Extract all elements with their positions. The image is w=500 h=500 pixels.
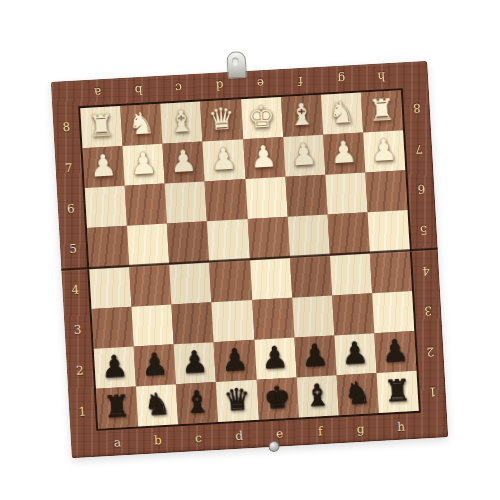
square-g3 xyxy=(332,293,374,335)
chess-board: abcdefgh abcdefgh 87654321 87654321 ♜♞♝♛… xyxy=(51,61,448,458)
black-pawn-e2: ♟ xyxy=(261,342,290,373)
white-pawn-e7: ♟ xyxy=(250,141,279,172)
white-pawn-f7: ♟ xyxy=(290,139,319,170)
rank-label-right-6: 6 xyxy=(407,168,435,210)
square-b8: ♞ xyxy=(120,104,162,146)
hinge-pin-icon xyxy=(268,441,280,453)
clasp-latch-icon xyxy=(226,51,246,79)
square-h1: ♜ xyxy=(376,371,418,413)
file-label-top-h: h xyxy=(361,62,403,90)
square-h5 xyxy=(367,210,409,252)
black-queen-d1: ♛ xyxy=(223,384,252,415)
square-f2: ♟ xyxy=(294,335,336,377)
square-g4 xyxy=(330,253,372,295)
square-c8: ♝ xyxy=(160,101,202,143)
white-rook-h8: ♜ xyxy=(368,95,397,126)
square-g8: ♞ xyxy=(321,93,363,135)
black-knight-g1: ♞ xyxy=(343,377,372,408)
rank-label-right-1: 1 xyxy=(419,371,447,413)
rank-label-left-6: 6 xyxy=(57,187,85,229)
white-bishop-f8: ♝ xyxy=(287,99,316,130)
rank-label-right-5: 5 xyxy=(409,208,437,250)
rank-label-left-5: 5 xyxy=(59,228,87,270)
white-pawn-g7: ♟ xyxy=(330,137,359,168)
square-d1: ♛ xyxy=(216,380,258,422)
file-label-bottom-g: g xyxy=(340,415,382,443)
file-label-top-c: c xyxy=(158,74,200,102)
square-f3 xyxy=(292,295,334,337)
square-h2: ♟ xyxy=(374,331,416,373)
rank-label-right-3: 3 xyxy=(414,290,442,332)
file-label-bottom-a: a xyxy=(96,429,138,457)
square-b2: ♟ xyxy=(134,344,176,386)
square-d6 xyxy=(205,179,247,221)
square-a8: ♜ xyxy=(80,106,122,148)
file-label-bottom-c: c xyxy=(177,424,219,452)
square-g7: ♟ xyxy=(323,133,365,175)
square-h4 xyxy=(370,251,412,293)
black-king-e1: ♚ xyxy=(263,382,292,413)
square-h8: ♜ xyxy=(361,90,403,132)
white-pawn-h7: ♟ xyxy=(370,135,399,166)
square-d2: ♟ xyxy=(214,340,256,382)
rank-label-left-8: 8 xyxy=(52,106,80,148)
black-pawn-b2: ♟ xyxy=(141,349,170,380)
black-knight-b1: ♞ xyxy=(143,389,172,420)
square-c1: ♝ xyxy=(176,382,218,424)
file-label-bottom-d: d xyxy=(218,422,260,450)
square-g1: ♞ xyxy=(336,373,378,415)
file-label-top-f: f xyxy=(280,67,322,95)
file-label-bottom-b: b xyxy=(137,426,179,454)
square-c2: ♟ xyxy=(174,342,216,384)
square-e3 xyxy=(252,297,294,339)
square-c6 xyxy=(165,182,207,224)
file-label-top-b: b xyxy=(117,76,159,104)
black-pawn-h2: ♟ xyxy=(381,335,410,366)
square-f7: ♟ xyxy=(283,135,325,177)
white-pawn-c7: ♟ xyxy=(169,146,198,177)
square-a7: ♟ xyxy=(83,146,125,188)
rank-label-left-4: 4 xyxy=(61,269,89,311)
square-a3 xyxy=(91,306,133,348)
square-e6 xyxy=(245,177,287,219)
file-label-top-g: g xyxy=(320,64,362,92)
black-rook-h1: ♜ xyxy=(383,375,412,406)
square-a4 xyxy=(89,266,131,308)
square-c7: ♟ xyxy=(163,142,205,184)
rank-label-right-2: 2 xyxy=(416,330,444,372)
square-g6 xyxy=(325,173,367,215)
white-bishop-c8: ♝ xyxy=(167,106,196,137)
square-e2: ♟ xyxy=(254,337,296,379)
square-d7: ♟ xyxy=(203,139,245,181)
white-pawn-a7: ♟ xyxy=(89,150,118,181)
square-b6 xyxy=(125,184,167,226)
file-label-bottom-h: h xyxy=(380,413,422,441)
white-knight-b8: ♞ xyxy=(127,108,156,139)
black-bishop-f1: ♝ xyxy=(303,380,332,411)
square-f8: ♝ xyxy=(281,95,323,137)
square-b3 xyxy=(132,304,174,346)
black-rook-a1: ♜ xyxy=(103,391,132,422)
square-h3 xyxy=(372,291,414,333)
rank-label-left-1: 1 xyxy=(68,390,96,432)
square-d4 xyxy=(209,260,251,302)
black-pawn-g2: ♟ xyxy=(341,337,370,368)
white-queen-d8: ♛ xyxy=(207,104,236,135)
black-pawn-f2: ♟ xyxy=(301,340,330,371)
square-g2: ♟ xyxy=(334,333,376,375)
file-label-bottom-e: e xyxy=(259,419,301,447)
square-c3 xyxy=(172,302,214,344)
square-c5 xyxy=(167,222,209,264)
black-pawn-d2: ♟ xyxy=(221,344,250,375)
black-pawn-a2: ♟ xyxy=(101,351,130,382)
square-d5 xyxy=(207,219,249,261)
white-pawn-d7: ♟ xyxy=(210,144,239,175)
square-e8: ♚ xyxy=(241,97,283,139)
square-a1: ♜ xyxy=(96,386,138,428)
white-rook-a8: ♜ xyxy=(87,110,116,141)
square-b4 xyxy=(129,264,171,306)
rank-label-left-2: 2 xyxy=(66,350,94,392)
square-a5 xyxy=(87,226,129,268)
black-bishop-c1: ♝ xyxy=(183,386,212,417)
square-g5 xyxy=(327,213,369,255)
square-e4 xyxy=(250,257,292,299)
rank-label-right-8: 8 xyxy=(403,87,431,129)
black-pawn-c2: ♟ xyxy=(181,346,210,377)
square-e5 xyxy=(247,217,289,259)
rank-label-left-3: 3 xyxy=(64,309,92,351)
file-label-top-a: a xyxy=(77,78,119,106)
white-knight-g8: ♞ xyxy=(327,97,356,128)
square-e1: ♚ xyxy=(256,377,298,419)
square-b7: ♟ xyxy=(123,144,165,186)
square-e7: ♟ xyxy=(243,137,285,179)
square-d8: ♛ xyxy=(200,99,242,141)
square-b5 xyxy=(127,224,169,266)
white-king-e8: ♚ xyxy=(247,101,276,132)
square-b1: ♞ xyxy=(136,384,178,426)
square-f4 xyxy=(290,255,332,297)
rank-label-right-4: 4 xyxy=(412,249,440,291)
square-h7: ♟ xyxy=(363,130,405,172)
white-pawn-b7: ♟ xyxy=(129,148,158,179)
rank-label-left-7: 7 xyxy=(54,147,82,189)
file-label-bottom-f: f xyxy=(299,417,341,445)
square-f5 xyxy=(287,215,329,257)
square-a2: ♟ xyxy=(94,346,136,388)
rank-label-right-7: 7 xyxy=(405,127,433,169)
product-photo: abcdefgh abcdefgh 87654321 87654321 ♜♞♝♛… xyxy=(0,0,500,500)
square-c4 xyxy=(169,262,211,304)
square-a6 xyxy=(85,186,127,228)
square-d3 xyxy=(212,300,254,342)
square-f1: ♝ xyxy=(296,375,338,417)
square-f6 xyxy=(285,175,327,217)
square-h6 xyxy=(365,170,407,212)
